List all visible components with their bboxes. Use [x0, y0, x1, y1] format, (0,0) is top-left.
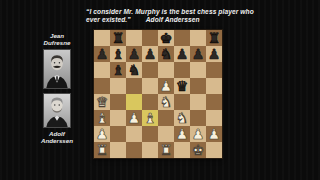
square-h1: [206, 142, 222, 158]
adolf-anderssen-portrait: [43, 93, 71, 128]
white-pawn-piece: ♟: [128, 110, 141, 126]
square-a7: ♟: [94, 46, 110, 62]
black-rook-piece: ♜: [208, 30, 221, 46]
square-a4: ♛: [94, 94, 110, 110]
square-f4: [174, 94, 190, 110]
square-f3: ♞: [174, 110, 190, 126]
white-pawn-piece: ♟: [176, 126, 189, 142]
black-pawn-piece: ♟: [128, 46, 141, 62]
square-h4: [206, 94, 222, 110]
square-e1: ♜: [158, 142, 174, 158]
white-bishop-piece: ♝: [96, 110, 109, 126]
black-pawn-piece: ♟: [192, 46, 205, 62]
square-h7: ♟: [206, 46, 222, 62]
square-b8: ♜: [110, 30, 126, 46]
square-a2: ♟: [94, 126, 110, 142]
black-pawn-piece: ♟: [144, 46, 157, 62]
square-d4: [142, 94, 158, 110]
quote-block: “I consider Mr. Murphy is the best chess…: [86, 8, 272, 24]
black-bishop-piece: ♝: [112, 62, 125, 78]
black-queen-piece: ♛: [176, 78, 189, 94]
square-h2: ♟: [206, 126, 222, 142]
square-c8: [126, 30, 142, 46]
square-a3: ♝: [94, 110, 110, 126]
square-f2: ♟: [174, 126, 190, 142]
square-d3: ♝: [142, 110, 158, 126]
square-b5: [110, 78, 126, 94]
square-g1: ♚: [190, 142, 206, 158]
square-d7: ♟: [142, 46, 158, 62]
square-g3: [190, 110, 206, 126]
black-rook-piece: ♜: [112, 30, 125, 46]
white-pawn-piece: ♟: [96, 126, 109, 142]
square-e7: ♞: [158, 46, 174, 62]
square-a6: [94, 62, 110, 78]
black-knight-piece: ♞: [128, 62, 141, 78]
square-h3: [206, 110, 222, 126]
square-e5: ♟: [158, 78, 174, 94]
square-h5: [206, 78, 222, 94]
square-d5: [142, 78, 158, 94]
square-g2: ♟: [190, 126, 206, 142]
quote-line1: “I consider Mr. Murphy is the best chess…: [86, 8, 272, 16]
jean-dufresne-portrait: [43, 49, 71, 89]
square-h6: [206, 62, 222, 78]
square-f1: [174, 142, 190, 158]
square-b4: [110, 94, 126, 110]
portrait-photo-icon: [44, 94, 70, 127]
square-e6: [158, 62, 174, 78]
square-e3: [158, 110, 174, 126]
square-c5: [126, 78, 142, 94]
square-b2: [110, 126, 126, 142]
square-a1: ♜: [94, 142, 110, 158]
white-pawn-piece: ♟: [208, 126, 221, 142]
square-e8: ♚: [158, 30, 174, 46]
square-f8: [174, 30, 190, 46]
square-b3: [110, 110, 126, 126]
white-knight-piece: ♞: [176, 110, 189, 126]
white-rook-piece: ♜: [96, 142, 109, 158]
square-f7: ♟: [174, 46, 190, 62]
square-g7: ♟: [190, 46, 206, 62]
square-d1: [142, 142, 158, 158]
square-c4: [126, 94, 142, 110]
black-player-name: Jean Dufresne: [28, 32, 86, 46]
white-queen-piece: ♛: [96, 94, 109, 110]
white-pawn-piece: ♟: [192, 126, 205, 142]
square-g5: [190, 78, 206, 94]
chess-board: ♜♚♜♟♝♟♟♞♟♟♟♝♞♟♛♛♞♝♟♝♞♟♟♟♟♜♜♚: [94, 30, 222, 158]
black-knight-piece: ♞: [160, 46, 173, 62]
square-c1: [126, 142, 142, 158]
square-g4: [190, 94, 206, 110]
quote-line2: ever existed.”Adolf Anderssen: [86, 16, 272, 24]
quote-attribution: Adolf Anderssen: [146, 16, 200, 24]
square-b6: ♝: [110, 62, 126, 78]
square-g8: [190, 30, 206, 46]
square-g6: [190, 62, 206, 78]
square-c7: ♟: [126, 46, 142, 62]
white-pawn-piece: ♟: [160, 78, 173, 94]
square-h8: ♜: [206, 30, 222, 46]
square-d8: [142, 30, 158, 46]
white-bishop-piece: ♝: [144, 110, 157, 126]
black-pawn-piece: ♟: [176, 46, 189, 62]
black-bishop-piece: ♝: [112, 46, 125, 62]
portrait-photo-icon: [44, 50, 70, 88]
square-e2: [158, 126, 174, 142]
square-a8: [94, 30, 110, 46]
white-rook-piece: ♜: [160, 142, 173, 158]
square-b7: ♝: [110, 46, 126, 62]
white-king-piece: ♚: [192, 142, 205, 158]
black-king-piece: ♚: [160, 30, 173, 46]
black-pawn-piece: ♟: [96, 46, 109, 62]
video-frame: “I consider Mr. Murphy is the best chess…: [0, 0, 320, 180]
square-d2: [142, 126, 158, 142]
square-f6: [174, 62, 190, 78]
square-c2: [126, 126, 142, 142]
square-a5: [94, 78, 110, 94]
square-d6: [142, 62, 158, 78]
square-e4: ♞: [158, 94, 174, 110]
square-c3: ♟: [126, 110, 142, 126]
square-f5: ♛: [174, 78, 190, 94]
square-b1: [110, 142, 126, 158]
white-knight-piece: ♞: [160, 94, 173, 110]
white-player-name: Adolf Anderssen: [28, 130, 86, 144]
square-c6: ♞: [126, 62, 142, 78]
black-pawn-piece: ♟: [208, 46, 221, 62]
